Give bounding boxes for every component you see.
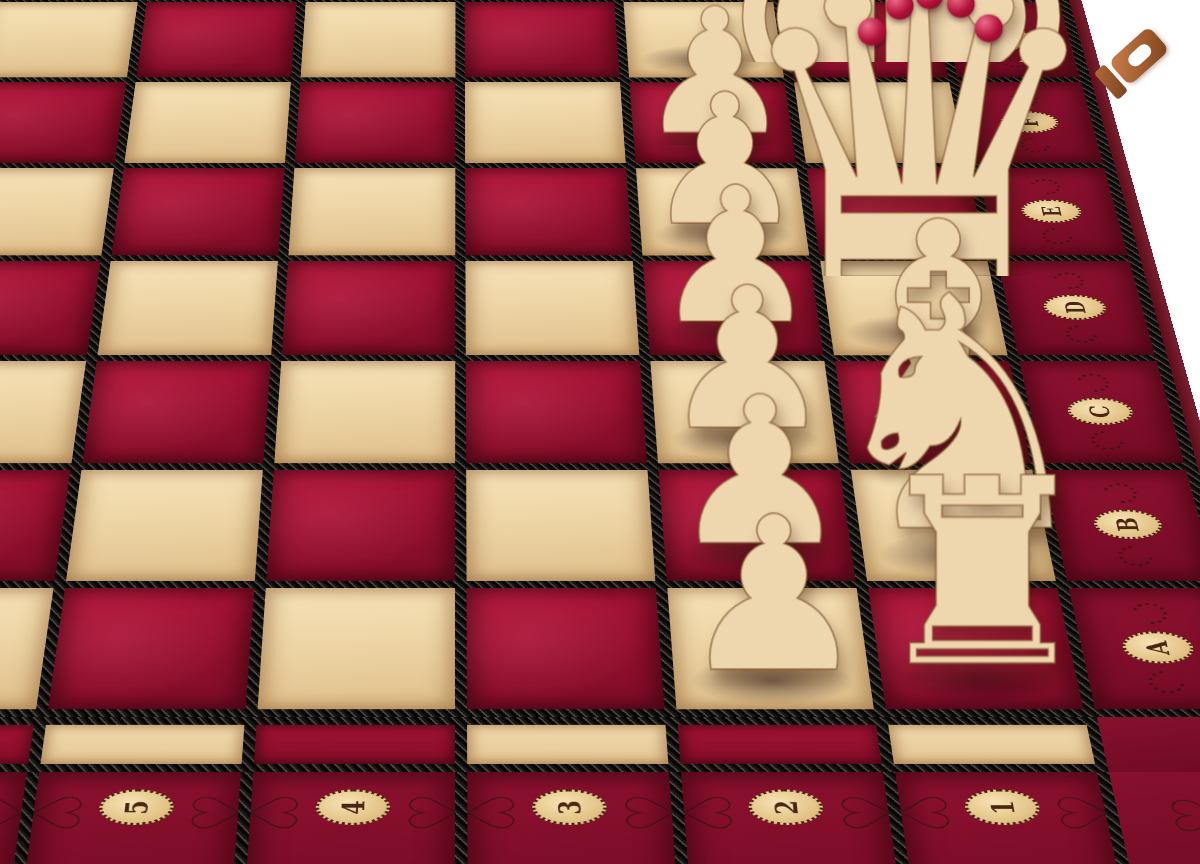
heart-scroll-icon: ♡ — [617, 793, 686, 832]
square-g2[interactable]: ♟ — [623, 2, 784, 77]
folding-seam-row — [0, 717, 1109, 772]
rank-medallion-4: 4 — [315, 789, 390, 825]
square-e6[interactable] — [0, 168, 114, 255]
file-label-cell-b: B — [1043, 470, 1200, 581]
file-label-band: HGFEDCBA — [924, 0, 1200, 717]
square-d5[interactable] — [98, 261, 278, 355]
piece-shadow — [669, 419, 824, 460]
file-label-cell-d: D — [998, 261, 1155, 355]
scroll-curl-icon — [1111, 542, 1160, 571]
piece-shadow — [894, 657, 1067, 706]
rank-medallion-2: 2 — [747, 789, 825, 825]
square-f2[interactable]: ♟ — [629, 82, 796, 163]
square-e5[interactable] — [111, 168, 284, 255]
scroll-curl-icon — [1071, 370, 1116, 395]
chess-board: ♟♟♟♚♟♛♟♝♟♞♟♜ HGFEDCBA ♡8♡♡7♡♡6♡♡5♡♡4♡♡3♡… — [0, 0, 1200, 864]
file-label-cell-e: E — [977, 168, 1127, 255]
heart-scroll-icon: ♡ — [237, 793, 305, 832]
heart-scroll-icon: ♡ — [1048, 793, 1122, 832]
scroll-curl-icon — [1141, 666, 1192, 698]
scroll-curl-icon — [1047, 269, 1090, 292]
square-g3[interactable] — [465, 2, 620, 77]
chessboard-photo: ♟♟♟♚♟♛♟♝♟♞♟♜ HGFEDCBA ♡8♡♡7♡♡6♡♡5♡♡4♡♡3♡… — [0, 0, 1200, 864]
piece-shadow — [827, 218, 972, 253]
square-g1[interactable] — [782, 2, 948, 77]
scroll-curl-icon — [995, 51, 1035, 71]
piece-white-pawn-d2[interactable]: ♟ — [651, 167, 819, 345]
square-a2[interactable]: ♟ — [667, 588, 874, 709]
rank-medallion-5: 5 — [97, 789, 175, 825]
square-c1[interactable]: ♝ — [835, 361, 1031, 463]
square-b6[interactable] — [0, 470, 71, 581]
square-g5[interactable] — [136, 2, 296, 77]
square-e1[interactable]: ♚ — [807, 168, 987, 255]
square-c4[interactable] — [274, 361, 455, 463]
square-b5[interactable] — [66, 470, 263, 581]
square-a1[interactable]: ♜ — [868, 588, 1083, 709]
square-c6[interactable] — [0, 361, 86, 463]
piece-shadow — [842, 314, 993, 352]
square-f5[interactable] — [124, 82, 291, 163]
file-label-cell-a: A — [1069, 588, 1200, 709]
file-medallion-e: E — [1019, 200, 1084, 223]
file-medallion-g: G — [979, 29, 1039, 49]
seam-cell-4 — [254, 725, 455, 764]
square-c2[interactable]: ♟ — [650, 361, 839, 463]
rank-label-cell-1: ♡1♡ — [895, 772, 1127, 864]
rank-label-cell-4: ♡4♡ — [244, 772, 455, 864]
rank-label-cell-5: ♡5♡ — [20, 772, 241, 864]
scroll-curl-icon — [1097, 480, 1144, 507]
scroll-curl-icon — [1084, 427, 1131, 454]
square-f6[interactable] — [0, 82, 126, 163]
square-d6[interactable] — [0, 261, 101, 355]
heart-scroll-icon: ♡ — [455, 793, 522, 832]
file-medallion-b: B — [1091, 510, 1165, 539]
square-b3[interactable] — [466, 470, 655, 581]
rank-label-cell-2: ♡2♡ — [681, 772, 903, 864]
box-clasp-icon — [1106, 34, 1176, 104]
piece-shadow — [875, 533, 1040, 578]
square-g6[interactable] — [0, 2, 138, 77]
scroll-curl-icon — [1025, 176, 1067, 197]
heart-scroll-icon: ♡ — [671, 793, 740, 832]
seam-cell-5 — [40, 725, 244, 764]
square-c3[interactable] — [466, 361, 647, 463]
board-scene: ♟♟♟♚♟♛♟♝♟♞♟♜ HGFEDCBA ♡8♡♡7♡♡6♡♡5♡♡4♡♡3♡… — [0, 0, 1200, 864]
square-e4[interactable] — [288, 168, 455, 255]
scroll-curl-icon — [985, 9, 1024, 27]
square-f1[interactable] — [794, 82, 967, 163]
board-grid: ♟♟♟♚♟♛♟♝♟♞♟♜ — [0, 0, 1097, 717]
file-medallion-d: D — [1041, 295, 1109, 320]
scroll-curl-icon — [1059, 322, 1104, 347]
seam-cell-3 — [467, 725, 668, 764]
heart-scroll-icon: ♡ — [0, 793, 36, 832]
piece-shadow — [639, 45, 771, 75]
heart-scroll-icon: ♡ — [1161, 796, 1200, 835]
square-c5[interactable] — [82, 361, 270, 463]
scroll-curl-icon — [1004, 89, 1044, 109]
heart-scroll-icon: ♡ — [401, 793, 468, 832]
heart-scroll-icon: ♡ — [832, 793, 903, 832]
piece-shadow — [661, 314, 809, 352]
piece-white-pawn-a2[interactable]: ♟ — [678, 494, 869, 697]
square-f4[interactable] — [295, 82, 456, 163]
square-b1[interactable]: ♞ — [851, 470, 1056, 581]
rank-label-cell-3: ♡3♡ — [467, 772, 679, 864]
scroll-curl-icon — [1015, 135, 1056, 156]
square-g4[interactable] — [301, 2, 456, 77]
file-label-cell-f: F — [959, 82, 1103, 163]
piece-shadow — [678, 533, 840, 578]
square-a6[interactable] — [0, 588, 54, 709]
heart-scroll-icon: ♡ — [182, 793, 251, 832]
square-e2[interactable]: ♟ — [636, 168, 809, 255]
rank-label-cell-6: ♡6♡ — [0, 772, 27, 864]
file-medallion-c: C — [1065, 398, 1136, 425]
piece-white-pawn-b2[interactable]: ♟ — [668, 375, 851, 569]
square-f3[interactable] — [465, 82, 626, 163]
square-b2[interactable]: ♟ — [658, 470, 855, 581]
piece-shadow — [653, 218, 796, 253]
rank-medallion-1: 1 — [962, 789, 1043, 825]
piece-white-pawn-g2[interactable]: ♟ — [631, 0, 781, 70]
seam-cell-2 — [678, 725, 882, 764]
rank-label-band: ♡8♡♡7♡♡6♡♡5♡♡4♡♡3♡♡2♡♡1♡ — [0, 772, 1139, 864]
border-corner-seam — [1097, 717, 1200, 772]
piece-white-pawn-e2[interactable]: ♟ — [644, 75, 806, 247]
piece-shadow — [646, 128, 783, 160]
scroll-curl-icon — [1125, 599, 1174, 628]
square-a5[interactable] — [48, 588, 254, 709]
square-e3[interactable] — [465, 168, 632, 255]
square-d4[interactable] — [282, 261, 456, 355]
square-d2[interactable]: ♟ — [643, 261, 824, 355]
piece-shadow — [858, 419, 1016, 460]
piece-white-pawn-f2[interactable]: ♟ — [637, 0, 793, 155]
square-b4[interactable] — [266, 470, 455, 581]
square-d3[interactable] — [465, 261, 639, 355]
heart-scroll-icon: ♡ — [886, 793, 958, 832]
rank-medallion-3: 3 — [532, 789, 608, 825]
square-a3[interactable] — [467, 588, 665, 709]
piece-white-pawn-c2[interactable]: ♟ — [660, 267, 835, 453]
square-d1[interactable]: ♛ — [820, 261, 1007, 355]
heart-scroll-icon: ♡ — [19, 793, 90, 832]
file-medallion-f: F — [998, 111, 1061, 132]
square-a4[interactable] — [258, 588, 456, 709]
seam-cell-6 — [0, 725, 34, 764]
file-medallion-a: A — [1119, 632, 1197, 664]
file-label-cell-g: G — [941, 2, 1079, 77]
piece-shadow — [688, 657, 857, 706]
file-label-cell-c: C — [1019, 361, 1184, 463]
seam-cell-1 — [888, 725, 1095, 764]
scroll-curl-icon — [1036, 225, 1079, 248]
